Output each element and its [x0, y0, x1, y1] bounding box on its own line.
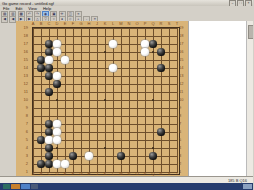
goban-grid[interactable] [33, 28, 178, 173]
black-stone [45, 48, 52, 55]
coord-top-label: E [62, 22, 68, 26]
status-move-info: 185 B Q16 [228, 179, 247, 183]
coord-top-label: F [70, 22, 76, 26]
black-stone [45, 120, 52, 127]
coord-left-label: 16 [16, 50, 28, 54]
star-point [104, 99, 106, 101]
white-stone [53, 136, 60, 143]
star-point [56, 147, 58, 149]
coord-left-label: 15 [16, 58, 28, 62]
black-stone [45, 128, 52, 135]
coord-top-label: R [158, 22, 164, 26]
black-stone [45, 72, 52, 79]
white-stone [53, 160, 60, 167]
black-stone [69, 152, 76, 159]
black-stone [37, 160, 44, 167]
coord-left-label: 2 [16, 162, 28, 166]
coord-left-label: 10 [16, 98, 28, 102]
black-stone [157, 48, 164, 55]
coord-left-label: 13 [16, 74, 28, 78]
coord-left-label: 6 [16, 130, 28, 134]
scrollbar-thumb[interactable] [248, 25, 254, 39]
coord-top-label: J [94, 22, 100, 26]
star-point [152, 147, 154, 149]
coord-left-label: 3 [16, 154, 28, 158]
black-stone [149, 152, 156, 159]
black-stone [157, 64, 164, 71]
coord-top-label: D [54, 22, 60, 26]
white-stone [85, 152, 92, 159]
star-point [56, 99, 58, 101]
coord-top-label: K [102, 22, 108, 26]
coord-top-label: M [118, 22, 124, 26]
white-stone [45, 136, 52, 143]
white-stone [53, 48, 60, 55]
black-stone [37, 56, 44, 63]
star-point [152, 99, 154, 101]
black-stone [53, 80, 60, 87]
black-stone [45, 40, 52, 47]
coord-top-label: H [86, 22, 92, 26]
coord-left-label: 5 [16, 138, 28, 142]
coord-top-label: G [78, 22, 84, 26]
black-stone [149, 40, 156, 47]
black-stone [45, 152, 52, 159]
coord-left-label: 12 [16, 82, 28, 86]
white-stone [141, 40, 148, 47]
black-stone [45, 160, 52, 167]
vertical-scrollbar[interactable] [246, 21, 253, 176]
white-stone [109, 64, 116, 71]
white-stone [45, 56, 52, 63]
white-stone [109, 40, 116, 47]
goban[interactable]: AABBCCDDEEFFGGHHJJKKLLMMNNOOPPQQRRSSTT19… [16, 21, 188, 176]
white-stone [53, 40, 60, 47]
white-stone [53, 128, 60, 135]
start-button[interactable] [3, 184, 10, 189]
coord-top-label: B [38, 22, 44, 26]
coord-left-label: 18 [16, 34, 28, 38]
black-stone [157, 128, 164, 135]
task-button-2[interactable] [21, 184, 30, 189]
white-stone [61, 56, 68, 63]
star-point [104, 147, 106, 149]
side-panel [188, 21, 247, 176]
toolbar-icon-0[interactable]: ◀ [1, 16, 8, 23]
black-stone [45, 144, 52, 151]
coord-top-label: C [46, 22, 52, 26]
white-stone [53, 120, 60, 127]
black-stone [117, 152, 124, 159]
coord-top-label: O [134, 22, 140, 26]
coord-top-label: N [126, 22, 132, 26]
task-button-1[interactable] [11, 184, 20, 189]
window-title: Go game record - untitled.sgf [0, 1, 54, 6]
coord-left-label: 8 [16, 114, 28, 118]
task-button-3[interactable] [31, 184, 38, 189]
taskbar [0, 183, 253, 190]
coord-left-label: 14 [16, 66, 28, 70]
coord-top-label: S [166, 22, 172, 26]
star-point [152, 51, 154, 53]
coord-left-label: 17 [16, 42, 28, 46]
coord-left-label: 11 [16, 90, 28, 94]
coord-left-label: 4 [16, 146, 28, 150]
coord-left-label: 1 [16, 170, 28, 174]
black-stone [37, 64, 44, 71]
coord-top-label: Q [150, 22, 156, 26]
black-stone [45, 64, 52, 71]
coord-top-label: L [110, 22, 116, 26]
black-stone [37, 136, 44, 143]
white-stone [53, 72, 60, 79]
system-tray[interactable] [243, 184, 252, 189]
coord-left-label: 7 [16, 122, 28, 126]
white-stone [141, 48, 148, 55]
coord-left-label: 19 [16, 26, 28, 30]
black-stone [45, 88, 52, 95]
coord-top-label: A [30, 22, 36, 26]
star-point [104, 51, 106, 53]
coord-left-label: 9 [16, 106, 28, 110]
white-stone [61, 160, 68, 167]
coord-top-label: P [142, 22, 148, 26]
